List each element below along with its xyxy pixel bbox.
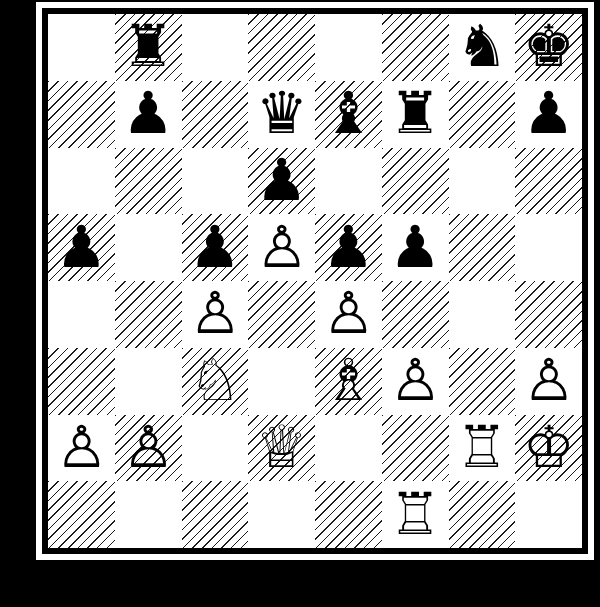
square-d3[interactable] (248, 348, 315, 415)
black-knight: ♞ (456, 17, 508, 75)
square-f5[interactable]: ♟ (382, 214, 449, 281)
square-e7[interactable]: ♝ (315, 81, 382, 148)
square-e8[interactable] (315, 14, 382, 81)
square-e4[interactable]: ♙ (315, 281, 382, 348)
square-b8[interactable]: ♜ (115, 14, 182, 81)
black-rook: ♜ (122, 17, 174, 75)
square-g8[interactable]: ♞ (449, 14, 516, 81)
black-king: ♚ (523, 17, 575, 75)
square-c4[interactable]: ♙ (182, 281, 249, 348)
white-rook: ♖ (389, 485, 441, 543)
board-panel: ♜♞♚♟♛♝♜♟♟♟♟♙♟♟♙♙♘♗♙♙♙♙♕♖♔♖ (36, 2, 594, 560)
black-pawn: ♟ (523, 84, 575, 142)
square-b7[interactable]: ♟ (115, 81, 182, 148)
black-queen: ♛ (256, 84, 308, 142)
square-c1[interactable] (182, 481, 249, 548)
square-c5[interactable]: ♟ (182, 214, 249, 281)
white-pawn: ♙ (389, 351, 441, 409)
black-pawn: ♟ (322, 218, 374, 276)
square-g5[interactable] (449, 214, 516, 281)
white-king: ♔ (523, 418, 575, 476)
square-g6[interactable] (449, 148, 516, 215)
square-c6[interactable] (182, 148, 249, 215)
square-e3[interactable]: ♗ (315, 348, 382, 415)
square-h5[interactable] (515, 214, 582, 281)
square-d4[interactable] (248, 281, 315, 348)
square-a1[interactable] (48, 481, 115, 548)
square-a8[interactable] (48, 14, 115, 81)
white-pawn: ♙ (322, 284, 374, 342)
square-b1[interactable] (115, 481, 182, 548)
white-pawn: ♙ (523, 351, 575, 409)
square-d2[interactable]: ♕ (248, 415, 315, 482)
square-d8[interactable] (248, 14, 315, 81)
white-queen: ♕ (256, 418, 308, 476)
black-bishop: ♝ (322, 84, 374, 142)
square-f4[interactable] (382, 281, 449, 348)
black-pawn: ♟ (122, 84, 174, 142)
square-f8[interactable] (382, 14, 449, 81)
white-pawn: ♙ (122, 418, 174, 476)
square-e2[interactable] (315, 415, 382, 482)
square-f2[interactable] (382, 415, 449, 482)
square-d6[interactable]: ♟ (248, 148, 315, 215)
white-pawn: ♙ (256, 218, 308, 276)
square-e5[interactable]: ♟ (315, 214, 382, 281)
square-b2[interactable]: ♙ (115, 415, 182, 482)
square-b5[interactable] (115, 214, 182, 281)
square-h6[interactable] (515, 148, 582, 215)
square-c8[interactable] (182, 14, 249, 81)
square-a4[interactable] (48, 281, 115, 348)
black-pawn: ♟ (256, 151, 308, 209)
square-b3[interactable] (115, 348, 182, 415)
square-a7[interactable] (48, 81, 115, 148)
square-b4[interactable] (115, 281, 182, 348)
square-f3[interactable]: ♙ (382, 348, 449, 415)
white-pawn: ♙ (189, 284, 241, 342)
black-pawn: ♟ (55, 218, 107, 276)
square-g4[interactable] (449, 281, 516, 348)
square-e6[interactable] (315, 148, 382, 215)
square-g1[interactable] (449, 481, 516, 548)
white-knight: ♘ (189, 351, 241, 409)
board-frame: ♜♞♚♟♛♝♜♟♟♟♟♙♟♟♙♙♘♗♙♙♙♙♕♖♔♖ (42, 8, 588, 554)
square-e1[interactable] (315, 481, 382, 548)
square-d7[interactable]: ♛ (248, 81, 315, 148)
square-h8[interactable]: ♚ (515, 14, 582, 81)
square-d5[interactable]: ♙ (248, 214, 315, 281)
square-h7[interactable]: ♟ (515, 81, 582, 148)
square-f6[interactable] (382, 148, 449, 215)
square-f7[interactable]: ♜ (382, 81, 449, 148)
white-rook: ♖ (456, 418, 508, 476)
square-g3[interactable] (449, 348, 516, 415)
square-h2[interactable]: ♔ (515, 415, 582, 482)
square-f1[interactable]: ♖ (382, 481, 449, 548)
square-a6[interactable] (48, 148, 115, 215)
square-c3[interactable]: ♘ (182, 348, 249, 415)
square-a3[interactable] (48, 348, 115, 415)
square-h4[interactable] (515, 281, 582, 348)
black-rook: ♜ (389, 84, 441, 142)
square-d1[interactable] (248, 481, 315, 548)
white-pawn: ♙ (55, 418, 107, 476)
square-c7[interactable] (182, 81, 249, 148)
square-g2[interactable]: ♖ (449, 415, 516, 482)
square-h1[interactable] (515, 481, 582, 548)
square-a5[interactable]: ♟ (48, 214, 115, 281)
black-pawn: ♟ (189, 218, 241, 276)
black-pawn: ♟ (389, 218, 441, 276)
chess-board: ♜♞♚♟♛♝♜♟♟♟♟♙♟♟♙♙♘♗♙♙♙♙♕♖♔♖ (48, 14, 582, 548)
square-a2[interactable]: ♙ (48, 415, 115, 482)
square-c2[interactable] (182, 415, 249, 482)
square-g7[interactable] (449, 81, 516, 148)
square-b6[interactable] (115, 148, 182, 215)
square-h3[interactable]: ♙ (515, 348, 582, 415)
white-bishop: ♗ (322, 351, 374, 409)
